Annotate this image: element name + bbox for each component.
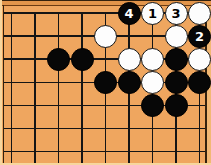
stone-black-c7r5 — [141, 94, 164, 117]
move-number-label: 3 — [171, 7, 180, 20]
stone-white-c7r3 — [141, 48, 164, 71]
stone-black-c8r5 — [165, 94, 188, 117]
stone-white-c7r4 — [141, 71, 164, 94]
stone-white-c6r3 — [118, 48, 141, 71]
stone-white-c9r3 — [188, 48, 211, 71]
stone-black-c6r1-move-4: 4 — [118, 2, 141, 25]
stone-black-c9r2-move-2: 2 — [188, 25, 211, 48]
stone-black-c8r3 — [165, 48, 188, 71]
stone-black-c5r4 — [94, 71, 117, 94]
grid-line-h-6 — [4, 128, 205, 130]
board-frame-left-line — [3, 5, 5, 163]
grid-line-h-7 — [4, 151, 205, 153]
move-number-label: 4 — [124, 7, 133, 20]
stone-white-c8r2 — [165, 25, 188, 48]
stone-black-c4r3 — [71, 48, 94, 71]
stone-white-c9r1 — [188, 2, 211, 25]
board-frame-bottom-edge — [0, 163, 211, 165]
stone-white-c8r1-move-3: 3 — [165, 2, 188, 25]
stone-black-c9r4 — [188, 71, 211, 94]
stone-white-c7r1-move-1: 1 — [141, 2, 164, 25]
stone-black-c6r4 — [118, 71, 141, 94]
move-number-label: 2 — [195, 30, 204, 43]
go-board-diagram: 4132 — [0, 0, 211, 165]
stone-black-c3r3 — [47, 48, 70, 71]
stone-white-c5r2 — [94, 25, 117, 48]
stone-black-c8r4 — [165, 71, 188, 94]
move-number-label: 1 — [148, 7, 157, 20]
